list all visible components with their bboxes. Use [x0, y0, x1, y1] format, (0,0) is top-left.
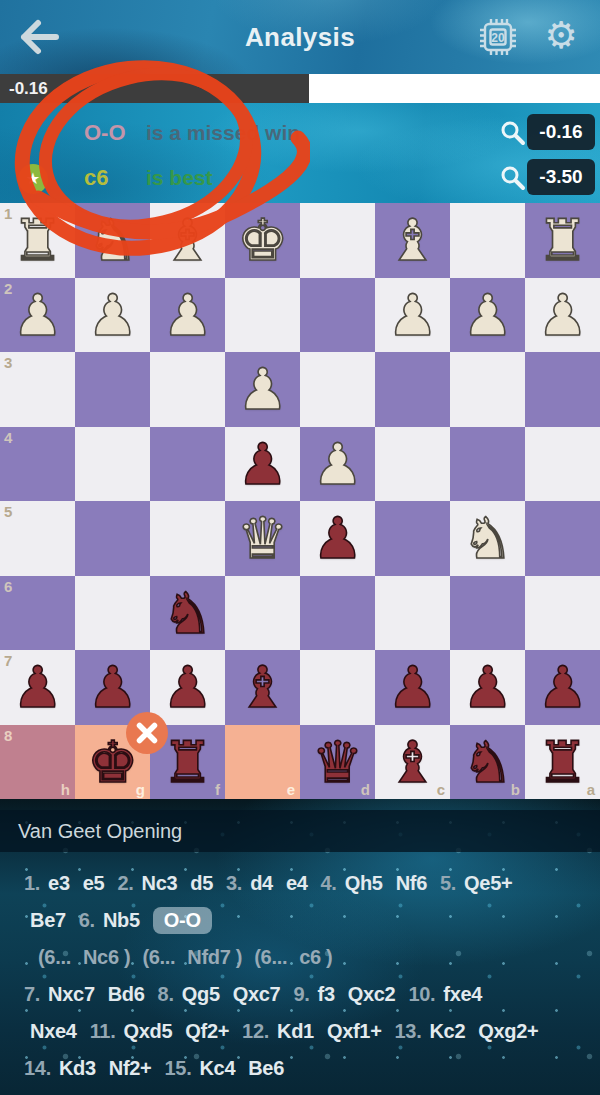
- square-h7[interactable]: 7♟: [0, 650, 75, 725]
- square-h6[interactable]: 6: [0, 576, 75, 651]
- square-c4[interactable]: [375, 427, 450, 502]
- move[interactable]: Qxc7: [233, 983, 281, 1006]
- rank-label: 8: [4, 727, 12, 744]
- black-queen: ♛: [300, 725, 375, 800]
- move-list-line: 7.Nxc7Bd68.Qg5Qxc79.f3Qxc210.fxe4: [0, 976, 600, 1013]
- square-f4[interactable]: [150, 427, 225, 502]
- row-icon-slot: ★: [20, 162, 40, 194]
- cpu-chip-icon: 20: [476, 15, 520, 59]
- black-bishop: ♝: [225, 650, 300, 725]
- move[interactable]: e4: [286, 872, 308, 895]
- mistake-x-marker: [126, 712, 168, 754]
- square-d6[interactable]: [300, 576, 375, 651]
- engine-depth-button[interactable]: 20: [476, 15, 520, 59]
- move-number: 1.: [24, 872, 40, 895]
- opening-name: Van Geet Opening: [0, 820, 182, 843]
- square-h3[interactable]: 3: [0, 352, 75, 427]
- settings-gear-icon[interactable]: ⚙: [538, 13, 584, 59]
- x-icon: [126, 712, 168, 754]
- square-h1[interactable]: 1♜: [0, 203, 75, 278]
- square-b5[interactable]: ♞: [450, 501, 525, 576]
- move[interactable]: Bd6: [108, 983, 145, 1006]
- magnifier-icon[interactable]: [498, 163, 528, 193]
- square-h2[interactable]: 2♟: [0, 278, 75, 353]
- move[interactable]: Qg5: [182, 983, 220, 1006]
- variation-move[interactable]: Nfd7 ): [187, 946, 242, 969]
- move[interactable]: e5: [83, 872, 105, 895]
- square-d7[interactable]: [300, 650, 375, 725]
- white-king: ♚: [225, 203, 300, 278]
- played-move-verdict: is a missed win: [146, 121, 300, 145]
- white-pawn: ♟: [450, 278, 525, 353]
- move[interactable]: Be6: [248, 1057, 284, 1080]
- best-move-label: c6: [84, 165, 146, 191]
- magnifier-icon[interactable]: [498, 118, 528, 148]
- move-list: 1.e3e52.Nc3d53.d4e44.Qh5Nf65.Qe5+Be76.Nb…: [0, 852, 600, 1087]
- black-pawn: ♟: [375, 650, 450, 725]
- analysis-row-played-move[interactable]: O-O is a missed win -0.16: [0, 110, 600, 155]
- move-number: 15.: [165, 1057, 192, 1080]
- move[interactable]: d5: [190, 872, 213, 895]
- move[interactable]: Qh5: [345, 872, 383, 895]
- move[interactable]: Kc4: [199, 1057, 235, 1080]
- move[interactable]: Nf2+: [109, 1057, 152, 1080]
- square-c2[interactable]: ♟: [375, 278, 450, 353]
- white-knight: ♞: [75, 203, 150, 278]
- square-b4[interactable]: [450, 427, 525, 502]
- square-a8[interactable]: a♜: [525, 725, 600, 800]
- top-bar: Analysis 20 ⚙: [0, 0, 600, 74]
- square-h5[interactable]: 5: [0, 501, 75, 576]
- square-f5[interactable]: [150, 501, 225, 576]
- square-d3[interactable]: [300, 352, 375, 427]
- black-rook: ♜: [525, 725, 600, 800]
- file-label: e: [287, 781, 295, 798]
- square-g4[interactable]: [75, 427, 150, 502]
- move[interactable]: Qxf1+: [327, 1020, 382, 1043]
- analysis-row-best-move[interactable]: ★ c6 is best -3.50: [0, 155, 600, 200]
- square-d2[interactable]: [300, 278, 375, 353]
- white-rook: ♜: [525, 203, 600, 278]
- square-d5[interactable]: ♟: [300, 501, 375, 576]
- chess-board: 1♜♞♝♚♝♜2♟♟♟♟♟♟3♟4♟♟5♛♟♞6♞7♟♟♟♝♟♟♟8hg♚f♜e…: [0, 203, 600, 799]
- move-number: 12.: [242, 1020, 269, 1043]
- white-pawn: ♟: [0, 278, 75, 353]
- black-bishop: ♝: [375, 725, 450, 800]
- move-number: 4.: [321, 872, 337, 895]
- square-e5[interactable]: ♛: [225, 501, 300, 576]
- square-a7[interactable]: ♟: [525, 650, 600, 725]
- white-knight: ♞: [450, 501, 525, 576]
- move[interactable]: Qe5+: [464, 872, 512, 895]
- square-b6[interactable]: [450, 576, 525, 651]
- move[interactable]: d4: [250, 872, 273, 895]
- rank-label: 6: [4, 578, 12, 595]
- square-g6[interactable]: [75, 576, 150, 651]
- move-number: 7.: [24, 983, 40, 1006]
- rank-label: 4: [4, 429, 12, 446]
- white-bishop: ♝: [150, 203, 225, 278]
- white-pawn: ♟: [225, 352, 300, 427]
- move-list-line: Be76.Nb5O-O: [0, 902, 600, 939]
- square-h4[interactable]: 4: [0, 427, 75, 502]
- analysis-panel: O-O is a missed win -0.16 ★ c6 is best: [0, 103, 600, 203]
- white-pawn: ♟: [375, 278, 450, 353]
- variation-move[interactable]: (6...: [38, 946, 71, 969]
- square-a4[interactable]: [525, 427, 600, 502]
- eval-badge: -0.16: [527, 114, 595, 150]
- move[interactable]: Qf2+: [185, 1020, 229, 1043]
- move-number: 11.: [90, 1020, 116, 1043]
- evaluation-bar-black-portion: -0.16: [0, 74, 309, 103]
- black-pawn: ♟: [525, 650, 600, 725]
- eval-badge: -3.50: [527, 159, 595, 195]
- move[interactable]: Kd3: [59, 1057, 96, 1080]
- square-a1[interactable]: ♜: [525, 203, 600, 278]
- engine-depth-value: 20: [491, 31, 505, 45]
- evaluation-value: -0.16: [0, 79, 48, 99]
- white-pawn: ♟: [300, 427, 375, 502]
- square-a5[interactable]: [525, 501, 600, 576]
- square-g5[interactable]: [75, 501, 150, 576]
- move-number: 14.: [24, 1057, 51, 1080]
- square-b2[interactable]: ♟: [450, 278, 525, 353]
- square-f6[interactable]: ♞: [150, 576, 225, 651]
- square-f1[interactable]: ♝: [150, 203, 225, 278]
- rank-label: 3: [4, 354, 12, 371]
- variation-move[interactable]: c6 ): [299, 946, 332, 969]
- square-e4[interactable]: ♟: [225, 427, 300, 502]
- variation-move[interactable]: (6...: [142, 946, 175, 969]
- best-move-star-icon: ★: [18, 164, 48, 194]
- move-number: 8.: [158, 983, 174, 1006]
- square-a3[interactable]: [525, 352, 600, 427]
- black-knight: ♞: [450, 725, 525, 800]
- square-d4[interactable]: ♟: [300, 427, 375, 502]
- square-d1[interactable]: [300, 203, 375, 278]
- square-e2[interactable]: [225, 278, 300, 353]
- evaluation-bar: -0.16: [0, 74, 600, 103]
- variation-move[interactable]: (6...: [254, 946, 287, 969]
- analysis-screen: Analysis 20 ⚙ -0.16 O-O: [0, 0, 600, 1095]
- opening-name-bar: Van Geet Opening: [0, 810, 600, 852]
- white-bishop: ♝: [375, 203, 450, 278]
- move[interactable]: Be7: [30, 909, 66, 932]
- black-pawn: ♟: [225, 427, 300, 502]
- played-move-label: O-O: [84, 120, 146, 146]
- square-h8[interactable]: 8h: [0, 725, 75, 800]
- square-g3[interactable]: [75, 352, 150, 427]
- move[interactable]: Nxc7: [48, 983, 95, 1006]
- move-number: 9.: [293, 983, 309, 1006]
- move[interactable]: Kc2: [429, 1020, 465, 1043]
- move[interactable]: Qxc2: [348, 983, 396, 1006]
- move-list-line: 1.e3e52.Nc3d53.d4e44.Qh5Nf65.Qe5+: [0, 865, 600, 902]
- square-e7[interactable]: ♝: [225, 650, 300, 725]
- square-b8[interactable]: b♞: [450, 725, 525, 800]
- square-c7[interactable]: ♟: [375, 650, 450, 725]
- square-c6[interactable]: [375, 576, 450, 651]
- move[interactable]: Nb5: [103, 909, 140, 932]
- black-pawn: ♟: [300, 501, 375, 576]
- move[interactable]: Qxg2+: [478, 1020, 538, 1043]
- move-number: 6.: [79, 909, 95, 932]
- best-move-verdict: is best: [146, 166, 213, 190]
- move[interactable]: Nc3: [142, 872, 178, 895]
- white-queen: ♛: [225, 501, 300, 576]
- square-a2[interactable]: ♟: [525, 278, 600, 353]
- square-f3[interactable]: [150, 352, 225, 427]
- white-pawn: ♟: [150, 278, 225, 353]
- black-knight: ♞: [150, 576, 225, 651]
- black-pawn: ♟: [0, 650, 75, 725]
- move-number: 3.: [226, 872, 242, 895]
- white-pawn: ♟: [525, 278, 600, 353]
- black-pawn: ♟: [450, 650, 525, 725]
- current-move-chip[interactable]: O-O: [153, 907, 212, 934]
- move[interactable]: Nf6: [396, 872, 427, 895]
- move-number: 10.: [408, 983, 435, 1006]
- rank-label: 5: [4, 503, 12, 520]
- white-pawn: ♟: [75, 278, 150, 353]
- move[interactable]: fxe4: [443, 983, 482, 1006]
- move-number: 5.: [440, 872, 456, 895]
- white-rook: ♜: [0, 203, 75, 278]
- square-e8[interactable]: e: [225, 725, 300, 800]
- square-c8[interactable]: c♝: [375, 725, 450, 800]
- move[interactable]: Qxd5: [123, 1020, 172, 1043]
- square-c3[interactable]: [375, 352, 450, 427]
- file-label: h: [61, 781, 70, 798]
- square-g1[interactable]: ♞: [75, 203, 150, 278]
- notation-panel: Van Geet Opening 1.e3e52.Nc3d53.d4e44.Qh…: [0, 799, 600, 1095]
- move-number: 2.: [117, 872, 133, 895]
- move-list-line: 14.Kd3Nf2+15.Kc4Be6: [0, 1050, 600, 1087]
- row-icon-slot: [20, 117, 40, 149]
- move[interactable]: Nxe4: [30, 1020, 77, 1043]
- move[interactable]: Kd1: [277, 1020, 314, 1043]
- square-b3[interactable]: [450, 352, 525, 427]
- move[interactable]: f3: [318, 983, 335, 1006]
- square-g2[interactable]: ♟: [75, 278, 150, 353]
- move[interactable]: e3: [48, 872, 70, 895]
- square-c5[interactable]: [375, 501, 450, 576]
- square-a6[interactable]: [525, 576, 600, 651]
- square-e6[interactable]: [225, 576, 300, 651]
- move-list-line: (6...Nc6 )(6...Nfd7 )(6...c6 ): [0, 939, 600, 976]
- square-d8[interactable]: d♛: [300, 725, 375, 800]
- move-list-line: Nxe411.Qxd5Qf2+12.Kd1Qxf1+13.Kc2Qxg2+: [0, 1013, 600, 1050]
- square-e1[interactable]: ♚: [225, 203, 300, 278]
- move-number: 13.: [395, 1020, 422, 1043]
- square-f2[interactable]: ♟: [150, 278, 225, 353]
- square-c1[interactable]: ♝: [375, 203, 450, 278]
- variation-move[interactable]: Nc6 ): [83, 946, 130, 969]
- square-b7[interactable]: ♟: [450, 650, 525, 725]
- square-b1[interactable]: [450, 203, 525, 278]
- square-e3[interactable]: ♟: [225, 352, 300, 427]
